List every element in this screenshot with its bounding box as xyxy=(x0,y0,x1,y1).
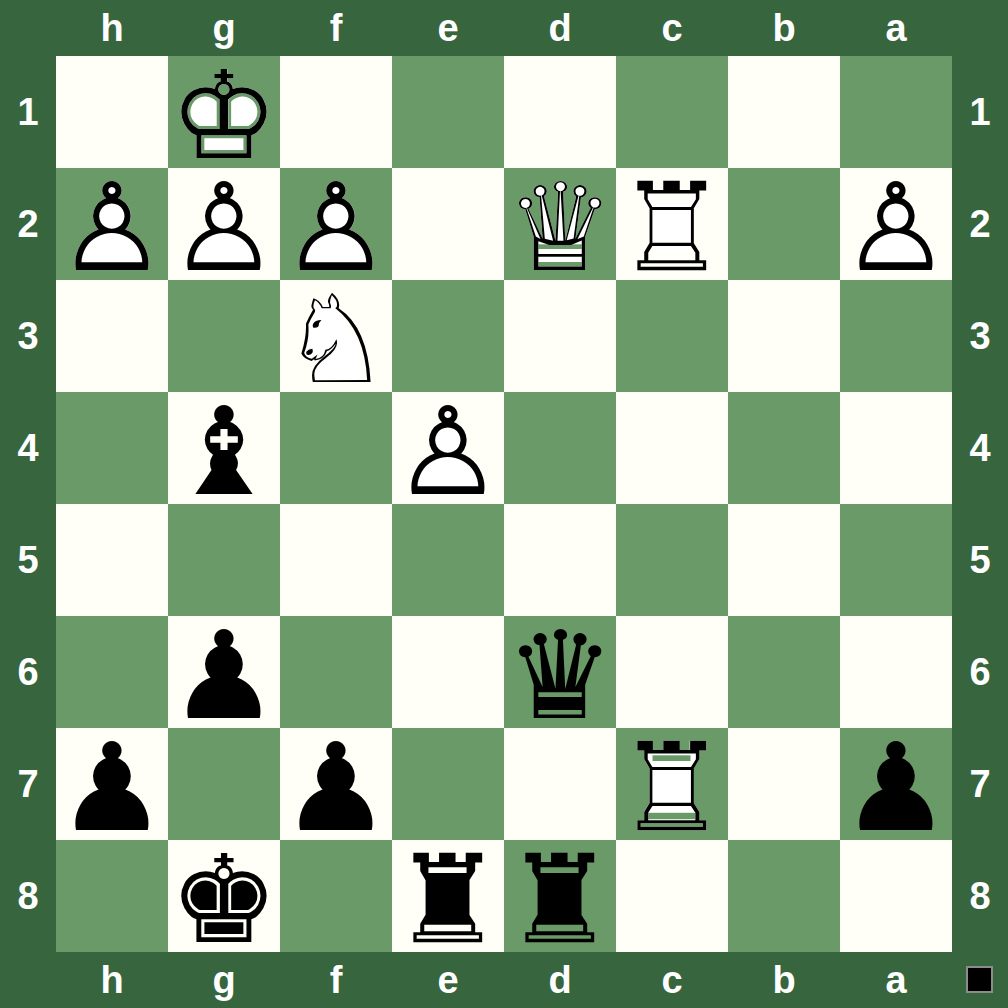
white-rook[interactable]: ♜♖ xyxy=(616,168,728,280)
file-label-e: e xyxy=(392,0,504,56)
black-queen[interactable]: ♛ xyxy=(504,616,616,728)
square-d1[interactable] xyxy=(504,56,616,168)
square-a2[interactable]: ♟♙ xyxy=(840,168,952,280)
square-b1[interactable] xyxy=(728,56,840,168)
rook-solid-layer: ♜ xyxy=(392,844,504,956)
black-pawn[interactable]: ♟ xyxy=(56,728,168,840)
rank-label-1: 1 xyxy=(952,56,1008,168)
square-b4[interactable] xyxy=(728,392,840,504)
square-a8[interactable] xyxy=(840,840,952,952)
rook-fill-layer: ♜ xyxy=(616,732,728,844)
rank-label-7: 7 xyxy=(0,728,56,840)
square-a3[interactable] xyxy=(840,280,952,392)
square-g1[interactable]: ♚♔ xyxy=(168,56,280,168)
file-label-f: f xyxy=(280,952,392,1008)
square-d5[interactable] xyxy=(504,504,616,616)
square-f4[interactable] xyxy=(280,392,392,504)
square-c8[interactable] xyxy=(616,840,728,952)
square-f7[interactable]: ♟ xyxy=(280,728,392,840)
square-c6[interactable] xyxy=(616,616,728,728)
square-f6[interactable] xyxy=(280,616,392,728)
rank-label-2: 2 xyxy=(0,168,56,280)
black-king[interactable]: ♚ xyxy=(168,840,280,952)
square-f5[interactable] xyxy=(280,504,392,616)
rank-label-3: 3 xyxy=(0,280,56,392)
pawn-solid-layer: ♟ xyxy=(56,732,168,844)
pawn-outline-layer: ♙ xyxy=(840,172,952,284)
square-c2[interactable]: ♜♖ xyxy=(616,168,728,280)
square-e4[interactable]: ♟♙ xyxy=(392,392,504,504)
white-pawn[interactable]: ♟♙ xyxy=(280,168,392,280)
square-g4[interactable]: ♝ xyxy=(168,392,280,504)
chess-board-frame: hgfedcba hgfedcba 12345678 12345678 ♚♔♟♙… xyxy=(0,0,1008,1008)
queen-fill-layer: ♛ xyxy=(504,172,616,284)
square-c7[interactable]: ♜♖ xyxy=(616,728,728,840)
pawn-solid-layer: ♟ xyxy=(168,620,280,732)
square-h3[interactable] xyxy=(56,280,168,392)
square-a7[interactable]: ♟ xyxy=(840,728,952,840)
king-fill-layer: ♚ xyxy=(168,60,280,172)
square-h6[interactable] xyxy=(56,616,168,728)
rank-label-4: 4 xyxy=(952,392,1008,504)
file-labels-bottom: hgfedcba xyxy=(56,952,952,1008)
rank-labels-right: 12345678 xyxy=(952,56,1008,952)
king-solid-layer: ♚ xyxy=(168,844,280,956)
square-e5[interactable] xyxy=(392,504,504,616)
king-outline-layer: ♔ xyxy=(168,60,280,172)
square-f3[interactable]: ♞♘ xyxy=(280,280,392,392)
rook-solid-layer: ♜ xyxy=(504,844,616,956)
pawn-fill-layer: ♟ xyxy=(280,172,392,284)
white-king[interactable]: ♚♔ xyxy=(168,56,280,168)
rank-label-5: 5 xyxy=(952,504,1008,616)
square-e2[interactable] xyxy=(392,168,504,280)
square-h1[interactable] xyxy=(56,56,168,168)
knight-fill-layer: ♞ xyxy=(280,284,392,396)
square-g2[interactable]: ♟♙ xyxy=(168,168,280,280)
pawn-fill-layer: ♟ xyxy=(56,172,168,284)
rank-label-6: 6 xyxy=(952,616,1008,728)
black-pawn[interactable]: ♟ xyxy=(280,728,392,840)
square-c1[interactable] xyxy=(616,56,728,168)
square-h4[interactable] xyxy=(56,392,168,504)
file-label-c: c xyxy=(616,952,728,1008)
square-g8[interactable]: ♚ xyxy=(168,840,280,952)
square-g7[interactable] xyxy=(168,728,280,840)
white-rook[interactable]: ♜♖ xyxy=(616,728,728,840)
square-e3[interactable] xyxy=(392,280,504,392)
square-c3[interactable] xyxy=(616,280,728,392)
square-a1[interactable] xyxy=(840,56,952,168)
white-pawn[interactable]: ♟♙ xyxy=(392,392,504,504)
square-b3[interactable] xyxy=(728,280,840,392)
rank-label-7: 7 xyxy=(952,728,1008,840)
square-g6[interactable]: ♟ xyxy=(168,616,280,728)
file-label-g: g xyxy=(168,0,280,56)
square-c5[interactable] xyxy=(616,504,728,616)
file-label-d: d xyxy=(504,0,616,56)
square-b7[interactable] xyxy=(728,728,840,840)
file-label-d: d xyxy=(504,952,616,1008)
square-b5[interactable] xyxy=(728,504,840,616)
knight-outline-layer: ♘ xyxy=(280,284,392,396)
black-bishop[interactable]: ♝ xyxy=(168,392,280,504)
bishop-solid-layer: ♝ xyxy=(168,396,280,508)
square-a4[interactable] xyxy=(840,392,952,504)
square-f1[interactable] xyxy=(280,56,392,168)
rank-labels-left: 12345678 xyxy=(0,56,56,952)
file-label-h: h xyxy=(56,0,168,56)
square-b2[interactable] xyxy=(728,168,840,280)
rank-label-3: 3 xyxy=(952,280,1008,392)
queen-outline-layer: ♕ xyxy=(504,172,616,284)
rank-label-5: 5 xyxy=(0,504,56,616)
file-label-b: b xyxy=(728,0,840,56)
square-f8[interactable] xyxy=(280,840,392,952)
file-label-b: b xyxy=(728,952,840,1008)
file-label-g: g xyxy=(168,952,280,1008)
rank-label-1: 1 xyxy=(0,56,56,168)
file-label-c: c xyxy=(616,0,728,56)
pawn-fill-layer: ♟ xyxy=(840,172,952,284)
pawn-outline-layer: ♙ xyxy=(56,172,168,284)
pawn-fill-layer: ♟ xyxy=(168,172,280,284)
white-pawn[interactable]: ♟♙ xyxy=(840,168,952,280)
square-d8[interactable]: ♜ xyxy=(504,840,616,952)
square-e8[interactable]: ♜ xyxy=(392,840,504,952)
square-a5[interactable] xyxy=(840,504,952,616)
black-pawn[interactable]: ♟ xyxy=(840,728,952,840)
square-d7[interactable] xyxy=(504,728,616,840)
pawn-outline-layer: ♙ xyxy=(392,396,504,508)
rook-fill-layer: ♜ xyxy=(616,172,728,284)
rook-outline-layer: ♖ xyxy=(616,732,728,844)
rank-label-6: 6 xyxy=(0,616,56,728)
square-a6[interactable] xyxy=(840,616,952,728)
black-pawn[interactable]: ♟ xyxy=(168,616,280,728)
square-g3[interactable] xyxy=(168,280,280,392)
square-b8[interactable] xyxy=(728,840,840,952)
rank-label-2: 2 xyxy=(952,168,1008,280)
square-d3[interactable] xyxy=(504,280,616,392)
white-knight[interactable]: ♞♘ xyxy=(280,280,392,392)
pawn-solid-layer: ♟ xyxy=(840,732,952,844)
file-label-f: f xyxy=(280,0,392,56)
square-e1[interactable] xyxy=(392,56,504,168)
square-d6[interactable]: ♛ xyxy=(504,616,616,728)
black-rook[interactable]: ♜ xyxy=(392,840,504,952)
square-h2[interactable]: ♟♙ xyxy=(56,168,168,280)
rook-outline-layer: ♖ xyxy=(616,172,728,284)
square-c4[interactable] xyxy=(616,392,728,504)
queen-solid-layer: ♛ xyxy=(504,620,616,732)
square-e6[interactable] xyxy=(392,616,504,728)
square-d2[interactable]: ♛♕ xyxy=(504,168,616,280)
file-label-e: e xyxy=(392,952,504,1008)
white-queen[interactable]: ♛♕ xyxy=(504,168,616,280)
square-h7[interactable]: ♟ xyxy=(56,728,168,840)
square-h5[interactable] xyxy=(56,504,168,616)
square-e7[interactable] xyxy=(392,728,504,840)
pawn-fill-layer: ♟ xyxy=(392,396,504,508)
rank-label-8: 8 xyxy=(952,840,1008,952)
file-label-a: a xyxy=(840,952,952,1008)
square-d4[interactable] xyxy=(504,392,616,504)
white-pawn[interactable]: ♟♙ xyxy=(168,168,280,280)
square-b6[interactable] xyxy=(728,616,840,728)
pawn-outline-layer: ♙ xyxy=(280,172,392,284)
chess-board: ♚♔♟♙♟♙♟♙♛♕♜♖♟♙♞♘♝♟♙♟♛♟♟♜♖♟♚♜♜ xyxy=(56,56,952,952)
pawn-outline-layer: ♙ xyxy=(168,172,280,284)
square-h8[interactable] xyxy=(56,840,168,952)
pawn-solid-layer: ♟ xyxy=(280,732,392,844)
white-pawn[interactable]: ♟♙ xyxy=(56,168,168,280)
black-rook[interactable]: ♜ xyxy=(504,840,616,952)
file-label-a: a xyxy=(840,0,952,56)
square-f2[interactable]: ♟♙ xyxy=(280,168,392,280)
black-to-move-indicator xyxy=(966,966,993,993)
rank-label-4: 4 xyxy=(0,392,56,504)
rank-label-8: 8 xyxy=(0,840,56,952)
file-label-h: h xyxy=(56,952,168,1008)
square-g5[interactable] xyxy=(168,504,280,616)
file-labels-top: hgfedcba xyxy=(56,0,952,56)
